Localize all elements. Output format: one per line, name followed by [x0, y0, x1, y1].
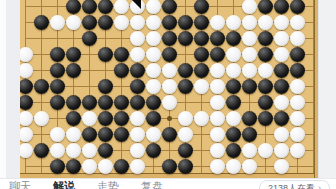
board-cell[interactable] — [113, 46, 129, 62]
white-stone — [290, 31, 305, 46]
board-cell[interactable] — [33, 78, 49, 94]
board-cell[interactable] — [209, 30, 225, 46]
tab-commentary[interactable]: 解说 — [53, 179, 75, 189]
board-cell[interactable] — [65, 46, 81, 62]
black-stone — [274, 79, 289, 94]
board-cell[interactable] — [177, 110, 193, 126]
board-cell[interactable] — [225, 46, 241, 62]
board-cell[interactable] — [65, 142, 81, 158]
board-cell[interactable] — [81, 158, 97, 174]
white-stone — [130, 15, 145, 30]
board-cell[interactable] — [289, 142, 305, 158]
board-cell[interactable] — [241, 142, 257, 158]
board-cell[interactable] — [20, 78, 33, 94]
board-cell[interactable] — [97, 30, 113, 46]
board-cell[interactable] — [241, 62, 257, 78]
white-stone — [146, 79, 161, 94]
board-cell[interactable] — [161, 142, 177, 158]
board-cell[interactable] — [97, 14, 113, 30]
board-cell[interactable] — [81, 30, 97, 46]
black-stone — [50, 95, 65, 110]
white-stone — [226, 111, 241, 126]
black-stone — [258, 111, 273, 126]
board-cell[interactable] — [65, 0, 81, 14]
board-cell[interactable] — [161, 158, 177, 174]
black-stone — [114, 127, 129, 142]
board-cell[interactable] — [113, 30, 129, 46]
board-cell[interactable] — [289, 0, 305, 14]
black-stone — [178, 15, 193, 30]
board-cell[interactable] — [161, 62, 177, 78]
board-cell[interactable] — [225, 0, 241, 14]
white-stone — [98, 159, 113, 174]
black-stone — [34, 15, 49, 30]
board-cell[interactable] — [113, 62, 129, 78]
board-cell[interactable] — [49, 110, 65, 126]
board-cell[interactable] — [209, 158, 225, 174]
white-stone — [162, 95, 177, 110]
board-cell[interactable] — [113, 158, 129, 174]
black-stone — [258, 47, 273, 62]
board-cell[interactable] — [177, 94, 193, 110]
viewers-pill[interactable]: 2138人在看 › — [259, 180, 330, 189]
board-cell[interactable] — [209, 14, 225, 30]
board-cell[interactable] — [305, 110, 318, 126]
black-stone — [98, 95, 113, 110]
black-stone — [178, 31, 193, 46]
board-cell[interactable] — [209, 46, 225, 62]
board-cell[interactable] — [289, 78, 305, 94]
white-stone — [50, 15, 65, 30]
white-stone — [210, 111, 225, 126]
board-cell[interactable] — [193, 46, 209, 62]
board-cell[interactable] — [177, 142, 193, 158]
white-stone — [242, 63, 257, 78]
board-cell[interactable] — [33, 46, 49, 62]
board-cell[interactable] — [97, 62, 113, 78]
board-cell[interactable] — [193, 158, 209, 174]
board-cell[interactable] — [161, 94, 177, 110]
board-cell[interactable] — [209, 126, 225, 142]
board-cell[interactable] — [257, 14, 273, 30]
board-cell[interactable] — [257, 94, 273, 110]
white-stone — [66, 15, 81, 30]
tab-chat[interactable]: 聊天 — [9, 179, 31, 189]
black-stone — [226, 127, 241, 142]
white-stone — [210, 159, 225, 174]
board-cell[interactable] — [129, 62, 145, 78]
board-cell[interactable] — [81, 62, 97, 78]
white-stone — [20, 63, 33, 78]
board-cell[interactable] — [177, 158, 193, 174]
board-cell[interactable] — [257, 62, 273, 78]
board-cell[interactable] — [20, 46, 33, 62]
board-cell[interactable] — [20, 126, 33, 142]
board-cell[interactable] — [33, 110, 49, 126]
board-cell[interactable] — [289, 158, 305, 174]
board-cell[interactable] — [20, 62, 33, 78]
board-cell[interactable] — [273, 14, 289, 30]
board-cell[interactable] — [177, 14, 193, 30]
tab-review[interactable]: 复盘 — [141, 179, 163, 189]
board-cell[interactable] — [273, 46, 289, 62]
board-cell[interactable] — [257, 142, 273, 158]
white-stone — [130, 127, 145, 142]
board-cell[interactable] — [49, 30, 65, 46]
black-stone — [66, 63, 81, 78]
board-cell[interactable] — [65, 126, 81, 142]
black-stone — [130, 79, 145, 94]
board-cell[interactable] — [289, 62, 305, 78]
board-cell[interactable] — [20, 94, 33, 110]
black-stone — [98, 79, 113, 94]
board-cell[interactable] — [129, 126, 145, 142]
board-cell[interactable] — [225, 126, 241, 142]
board-cell[interactable] — [225, 94, 241, 110]
board-cell[interactable] — [273, 110, 289, 126]
board-cell[interactable] — [97, 110, 113, 126]
board-cell[interactable] — [305, 126, 318, 142]
board-cell[interactable] — [145, 0, 161, 14]
board-cell[interactable] — [145, 78, 161, 94]
board-cell[interactable] — [49, 78, 65, 94]
board-cell[interactable] — [241, 110, 257, 126]
white-stone — [146, 47, 161, 62]
board-cell[interactable] — [113, 78, 129, 94]
board-cell[interactable] — [177, 0, 193, 14]
board-cell[interactable] — [273, 78, 289, 94]
board-cell[interactable] — [129, 110, 145, 126]
right-panel-strip — [318, 0, 336, 178]
board-cell[interactable] — [20, 158, 33, 174]
board-cell[interactable] — [20, 30, 33, 46]
board-cell[interactable] — [20, 110, 33, 126]
white-stone — [242, 0, 257, 14]
board-cell[interactable] — [257, 110, 273, 126]
board-cell[interactable] — [273, 62, 289, 78]
board-cell[interactable] — [97, 0, 113, 14]
black-stone — [194, 63, 209, 78]
board-cell[interactable] — [65, 158, 81, 174]
white-stone — [130, 111, 145, 126]
board-cell[interactable] — [289, 94, 305, 110]
board-cell[interactable] — [177, 46, 193, 62]
board-cell[interactable] — [113, 94, 129, 110]
board-cell[interactable] — [161, 0, 177, 14]
black-stone — [98, 127, 113, 142]
board-cell[interactable] — [65, 30, 81, 46]
go-board[interactable] — [20, 0, 318, 178]
board-cell[interactable] — [257, 46, 273, 62]
black-stone — [194, 47, 209, 62]
board-cell[interactable] — [33, 62, 49, 78]
board-cell[interactable] — [305, 142, 318, 158]
board-cell[interactable] — [81, 0, 97, 14]
board-cell[interactable] — [129, 142, 145, 158]
board-cell[interactable] — [81, 14, 97, 30]
board-cell[interactable] — [33, 158, 49, 174]
board-cell[interactable] — [145, 110, 161, 126]
board-cell[interactable] — [209, 62, 225, 78]
board-cell[interactable] — [113, 14, 129, 30]
black-stone — [130, 95, 145, 110]
black-stone — [114, 47, 129, 62]
board-cell[interactable] — [145, 14, 161, 30]
black-stone — [242, 79, 257, 94]
board-cell[interactable] — [129, 78, 145, 94]
board-cell[interactable] — [113, 126, 129, 142]
white-stone — [274, 95, 289, 110]
board-cell[interactable] — [289, 46, 305, 62]
left-panel-strip — [0, 0, 21, 178]
board-cell[interactable] — [129, 158, 145, 174]
last-move-triangle-icon — [132, 0, 141, 9]
black-stone — [20, 95, 33, 110]
board-cell[interactable] — [81, 110, 97, 126]
board-cell[interactable] — [97, 78, 113, 94]
board-cell[interactable] — [225, 142, 241, 158]
board-cell[interactable] — [305, 94, 318, 110]
board-cell[interactable] — [225, 14, 241, 30]
board-cell[interactable] — [177, 30, 193, 46]
black-stone — [162, 31, 177, 46]
black-stone — [162, 159, 177, 174]
board-cell[interactable] — [273, 30, 289, 46]
white-stone — [194, 79, 209, 94]
board-cell[interactable] — [161, 46, 177, 62]
board-cell[interactable] — [81, 142, 97, 158]
board-cell[interactable] — [113, 0, 129, 14]
board-cell[interactable] — [193, 30, 209, 46]
board-cell[interactable] — [145, 94, 161, 110]
white-stone — [130, 31, 145, 46]
board-cell[interactable] — [225, 158, 241, 174]
board-cell[interactable] — [193, 94, 209, 110]
board-cell[interactable] — [161, 110, 177, 126]
board-cell[interactable] — [129, 94, 145, 110]
black-stone — [242, 111, 257, 126]
white-stone — [66, 127, 81, 142]
black-stone — [178, 79, 193, 94]
board-cell[interactable] — [241, 78, 257, 94]
board-cell[interactable] — [129, 30, 145, 46]
board-cell[interactable] — [209, 0, 225, 14]
white-stone — [34, 111, 49, 126]
board-cell[interactable] — [97, 126, 113, 142]
board-cell[interactable] — [33, 30, 49, 46]
white-stone — [290, 95, 305, 110]
board-cell[interactable] — [49, 126, 65, 142]
board-cell[interactable] — [273, 142, 289, 158]
board-cell[interactable] — [20, 142, 33, 158]
black-stone — [50, 63, 65, 78]
board-cell[interactable] — [241, 30, 257, 46]
board-cell[interactable] — [305, 62, 318, 78]
black-stone — [226, 143, 241, 158]
board-cell[interactable] — [257, 126, 273, 142]
white-stone — [242, 159, 257, 174]
white-stone — [210, 95, 225, 110]
board-cell[interactable] — [177, 126, 193, 142]
board-cell[interactable] — [20, 0, 33, 14]
board-cell[interactable] — [305, 14, 318, 30]
board-cell[interactable] — [49, 94, 65, 110]
white-stone — [210, 127, 225, 142]
board-cell[interactable] — [49, 142, 65, 158]
board-cell[interactable] — [33, 14, 49, 30]
board-cell[interactable] — [81, 78, 97, 94]
white-stone — [146, 31, 161, 46]
board-cell[interactable] — [161, 14, 177, 30]
board-cell[interactable] — [129, 14, 145, 30]
board-cell[interactable] — [209, 110, 225, 126]
board-cell[interactable] — [49, 0, 65, 14]
board-cell[interactable] — [289, 110, 305, 126]
board-cell[interactable] — [193, 126, 209, 142]
board-cell[interactable] — [209, 78, 225, 94]
board-cell[interactable] — [161, 78, 177, 94]
board-cell[interactable] — [97, 142, 113, 158]
board-cell[interactable] — [305, 78, 318, 94]
white-stone — [226, 159, 241, 174]
board-cell[interactable] — [273, 94, 289, 110]
white-stone — [258, 63, 273, 78]
board-cell[interactable] — [209, 142, 225, 158]
board-cell[interactable] — [193, 0, 209, 14]
black-stone — [114, 95, 129, 110]
board-cell[interactable] — [33, 94, 49, 110]
black-stone — [66, 111, 81, 126]
board-cell[interactable] — [193, 62, 209, 78]
board-cell[interactable] — [49, 14, 65, 30]
board-cell[interactable] — [20, 14, 33, 30]
board-cell[interactable] — [33, 126, 49, 142]
black-stone — [178, 63, 193, 78]
black-stone — [258, 0, 273, 14]
white-stone — [20, 111, 33, 126]
board-cell[interactable] — [241, 46, 257, 62]
white-stone — [242, 31, 257, 46]
board-cell[interactable] — [145, 62, 161, 78]
white-stone — [114, 0, 129, 14]
black-stone — [66, 0, 81, 14]
board-cell[interactable] — [241, 14, 257, 30]
board-cell[interactable] — [289, 126, 305, 142]
board-cell[interactable] — [145, 158, 161, 174]
board-cell[interactable] — [49, 46, 65, 62]
board-cell[interactable] — [145, 30, 161, 46]
board-cell[interactable] — [113, 110, 129, 126]
board-cell[interactable] — [305, 0, 318, 14]
board-cell[interactable] — [145, 142, 161, 158]
board-cell[interactable] — [81, 46, 97, 62]
board-cell[interactable] — [161, 30, 177, 46]
board-cell[interactable] — [241, 0, 257, 14]
board-cell[interactable] — [289, 14, 305, 30]
board-cell[interactable] — [49, 62, 65, 78]
board-cell[interactable] — [65, 110, 81, 126]
board-cell[interactable] — [257, 30, 273, 46]
white-stone — [290, 111, 305, 126]
board-cell[interactable] — [65, 78, 81, 94]
board-cell[interactable] — [273, 158, 289, 174]
black-stone — [114, 159, 129, 174]
board-cell[interactable] — [193, 142, 209, 158]
chevron-right-icon: › — [318, 183, 321, 189]
white-stone — [274, 47, 289, 62]
board-cell[interactable] — [145, 46, 161, 62]
board-cell[interactable] — [209, 94, 225, 110]
board-cell[interactable] — [241, 94, 257, 110]
board-cell[interactable] — [113, 142, 129, 158]
board-cell[interactable] — [257, 78, 273, 94]
board-cell[interactable] — [193, 78, 209, 94]
board-cell[interactable] — [305, 46, 318, 62]
board-cell[interactable] — [305, 30, 318, 46]
black-stone — [146, 143, 161, 158]
board-cell[interactable] — [257, 0, 273, 14]
white-stone — [226, 47, 241, 62]
board-cell[interactable] — [81, 126, 97, 142]
board-cell[interactable] — [305, 158, 318, 174]
black-stone — [98, 143, 113, 158]
board-cell[interactable] — [177, 78, 193, 94]
white-stone — [242, 15, 257, 30]
board-cell[interactable] — [65, 14, 81, 30]
board-cell[interactable] — [33, 142, 49, 158]
board-cell[interactable] — [65, 94, 81, 110]
board-cell[interactable] — [193, 110, 209, 126]
black-stone — [194, 0, 209, 14]
black-stone — [162, 127, 177, 142]
board-cell[interactable] — [97, 46, 113, 62]
board-cell[interactable] — [97, 94, 113, 110]
board-cell[interactable] — [65, 62, 81, 78]
board-cell[interactable] — [145, 126, 161, 142]
board-cell[interactable] — [225, 30, 241, 46]
board-cell[interactable] — [241, 158, 257, 174]
board-cell[interactable] — [273, 126, 289, 142]
stones-grid — [20, 0, 318, 174]
bottom-tab-bar: 聊天 解说 走势 复盘 2138人在看 › — [0, 178, 336, 189]
board-cell[interactable] — [225, 110, 241, 126]
board-cell[interactable] — [225, 62, 241, 78]
white-stone — [290, 79, 305, 94]
board-cell[interactable] — [33, 0, 49, 14]
white-stone — [82, 143, 97, 158]
board-cell[interactable] — [257, 158, 273, 174]
tab-trend[interactable]: 走势 — [97, 179, 119, 189]
black-stone — [98, 47, 113, 62]
white-stone — [274, 127, 289, 142]
black-stone — [226, 95, 241, 110]
board-cell[interactable] — [225, 78, 241, 94]
board-cell[interactable] — [49, 158, 65, 174]
board-cell[interactable] — [289, 30, 305, 46]
board-cell[interactable] — [273, 0, 289, 14]
black-stone — [146, 95, 161, 110]
black-stone — [274, 63, 289, 78]
board-cell[interactable] — [129, 46, 145, 62]
black-stone — [146, 111, 161, 126]
board-cell[interactable] — [97, 158, 113, 174]
white-stone — [290, 127, 305, 142]
board-cell[interactable] — [193, 14, 209, 30]
board-cell[interactable] — [177, 62, 193, 78]
board-cell[interactable] — [161, 126, 177, 142]
board-cell[interactable] — [81, 94, 97, 110]
board-cell[interactable] — [241, 126, 257, 142]
